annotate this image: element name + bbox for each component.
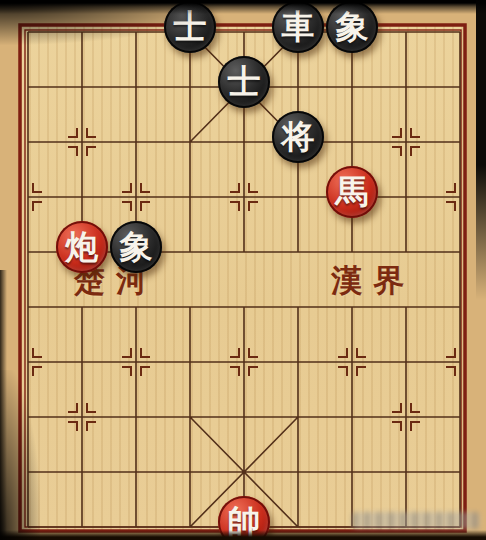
piece-black-general[interactable]: 将 [272, 111, 324, 163]
watermark-smudge [352, 512, 480, 529]
piece-black-advisor-1[interactable]: 士 [164, 1, 216, 53]
piece-black-advisor-2[interactable]: 士 [218, 56, 270, 108]
piece-black-elephant-1[interactable]: 象 [326, 1, 378, 53]
piece-grid: 士車象士将馬炮象帥 [1, 5, 486, 540]
piece-red-cannon[interactable]: 炮 [56, 221, 108, 273]
piece-black-chariot[interactable]: 車 [272, 1, 324, 53]
piece-red-general[interactable]: 帥 [218, 496, 270, 540]
piece-red-horse[interactable]: 馬 [326, 166, 378, 218]
piece-black-elephant-2[interactable]: 象 [110, 221, 162, 273]
game-screen: 楚河 漢界 士車象士将馬炮象帥 [0, 0, 486, 540]
